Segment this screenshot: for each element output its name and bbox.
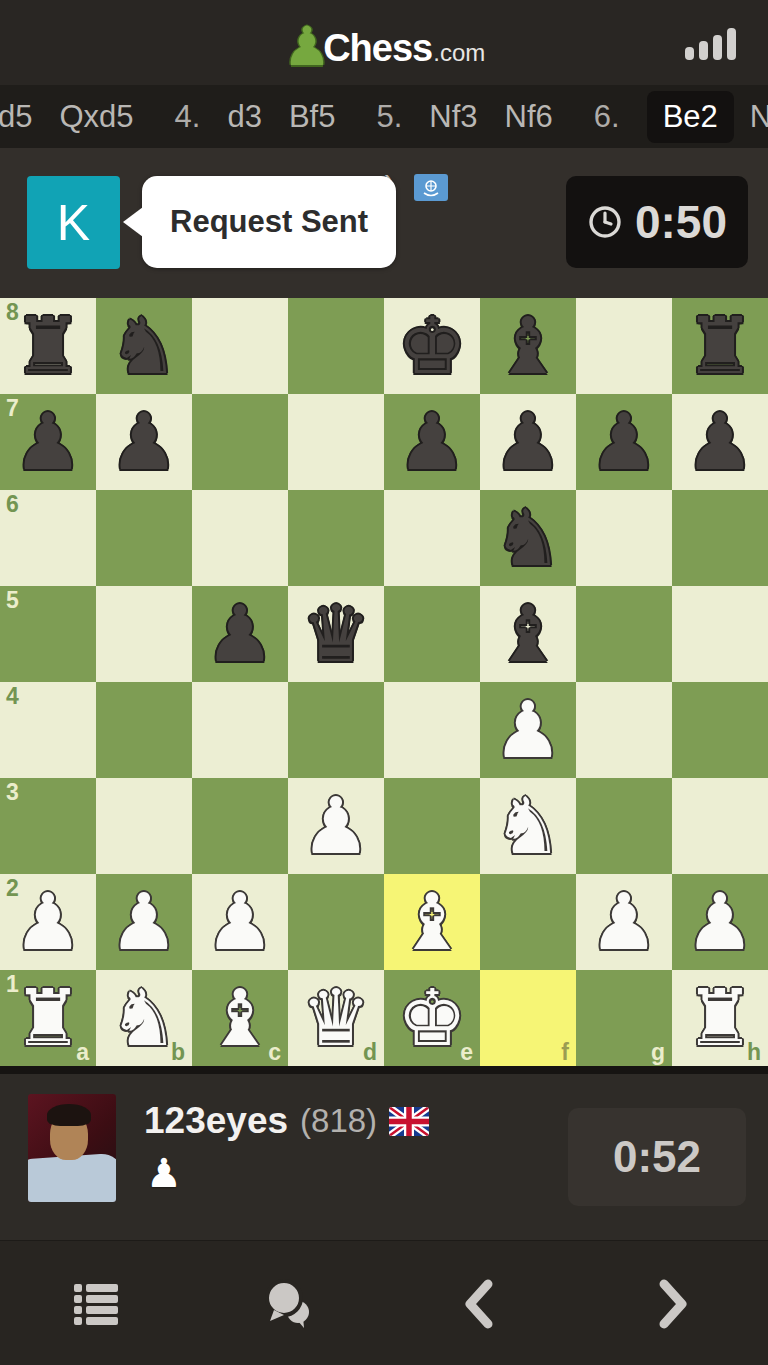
top-player-panel: K 7) Request Sent 0:50 — [0, 148, 768, 298]
square-g4[interactable] — [576, 682, 672, 778]
move-list-button[interactable] — [64, 1272, 128, 1336]
square-g6[interactable] — [576, 490, 672, 586]
white-knight-b1: ♞ — [96, 970, 192, 1066]
rank-label-3: 3 — [6, 779, 19, 806]
square-h8[interactable]: ♜ — [672, 298, 768, 394]
clock-icon — [587, 204, 623, 240]
square-f5[interactable]: ♝ — [480, 586, 576, 682]
bottom-player-clock: 0:52 — [568, 1108, 746, 1206]
square-e3[interactable] — [384, 778, 480, 874]
square-e8[interactable]: ♚ — [384, 298, 480, 394]
request-sent-tooltip: Request Sent — [142, 176, 396, 268]
square-d2[interactable] — [288, 874, 384, 970]
square-a8[interactable]: 8♜ — [0, 298, 96, 394]
chess-board: 8♜♞♚♝♜7♟♟♟♟♟♟6♞5♟♛♝4♟3♟♞2♟♟♟♝♟♟1a♜b♞c♝d♛… — [0, 298, 768, 1066]
square-h4[interactable] — [672, 682, 768, 778]
top-clock-time: 0:50 — [635, 195, 727, 249]
chat-button[interactable] — [256, 1272, 320, 1336]
move-list-icon — [70, 1278, 122, 1330]
white-rook-a1: ♜ — [0, 970, 96, 1066]
bottom-player-avatar[interactable] — [28, 1094, 116, 1202]
bottom-clock-time: 0:52 — [613, 1132, 701, 1182]
back-button[interactable] — [448, 1272, 512, 1336]
square-g7[interactable]: ♟ — [576, 394, 672, 490]
white-bishop-e2: ♝ — [384, 874, 480, 970]
white-pawn-h2: ♟ — [672, 874, 768, 970]
green-pawn-icon: ♟ — [283, 20, 331, 74]
square-h2[interactable]: ♟ — [672, 874, 768, 970]
brand-tld: .com — [433, 39, 485, 67]
move-token-current[interactable]: Be2 — [647, 91, 734, 143]
square-d1[interactable]: d♛ — [288, 970, 384, 1066]
move-token[interactable]: 4. — [175, 99, 201, 135]
square-b7[interactable]: ♟ — [96, 394, 192, 490]
move-token[interactable]: Nf3 — [429, 99, 477, 135]
white-rook-h1: ♜ — [672, 970, 768, 1066]
gb-flag-icon — [389, 1107, 429, 1136]
square-a4[interactable]: 4 — [0, 682, 96, 778]
square-f2[interactable] — [480, 874, 576, 970]
square-h7[interactable]: ♟ — [672, 394, 768, 490]
black-pawn-c5: ♟ — [192, 586, 288, 682]
square-a3[interactable]: 3 — [0, 778, 96, 874]
square-c4[interactable] — [192, 682, 288, 778]
square-e4[interactable] — [384, 682, 480, 778]
white-knight-f3: ♞ — [480, 778, 576, 874]
square-g3[interactable] — [576, 778, 672, 874]
square-f8[interactable]: ♝ — [480, 298, 576, 394]
square-h6[interactable] — [672, 490, 768, 586]
black-pawn-h7: ♟ — [672, 394, 768, 490]
un-flag-icon — [414, 174, 448, 201]
square-e2[interactable]: ♝ — [384, 874, 480, 970]
square-f7[interactable]: ♟ — [480, 394, 576, 490]
white-pawn-g2: ♟ — [576, 874, 672, 970]
square-d4[interactable] — [288, 682, 384, 778]
square-a5[interactable]: 5 — [0, 586, 96, 682]
captured-pawn-icon: ♟ — [146, 1150, 182, 1196]
forward-arrow-icon — [648, 1276, 696, 1332]
square-c8[interactable] — [192, 298, 288, 394]
square-f1[interactable]: f — [480, 970, 576, 1066]
square-d7[interactable] — [288, 394, 384, 490]
move-token[interactable]: Nf6 — [505, 99, 553, 135]
move-token[interactable]: d3 — [227, 99, 261, 135]
square-d5[interactable]: ♛ — [288, 586, 384, 682]
black-knight-b8: ♞ — [96, 298, 192, 394]
black-pawn-a7: ♟ — [0, 394, 96, 490]
square-h5[interactable] — [672, 586, 768, 682]
rank-label-4: 4 — [6, 683, 19, 710]
square-b5[interactable] — [96, 586, 192, 682]
black-pawn-e7: ♟ — [384, 394, 480, 490]
white-queen-d1: ♛ — [288, 970, 384, 1066]
black-pawn-b7: ♟ — [96, 394, 192, 490]
square-b6[interactable] — [96, 490, 192, 586]
square-e6[interactable] — [384, 490, 480, 586]
square-b1[interactable]: b♞ — [96, 970, 192, 1066]
square-c5[interactable]: ♟ — [192, 586, 288, 682]
black-king-e8: ♚ — [384, 298, 480, 394]
bottom-toolbar — [0, 1240, 768, 1365]
chat-icon — [260, 1276, 316, 1332]
chesscom-logo: ♟Chess.com — [283, 16, 486, 70]
square-d8[interactable] — [288, 298, 384, 394]
move-token[interactable]: Bf5 — [289, 99, 336, 135]
white-pawn-c2: ♟ — [192, 874, 288, 970]
black-knight-f6: ♞ — [480, 490, 576, 586]
back-arrow-icon — [456, 1276, 504, 1332]
white-king-e1: ♚ — [384, 970, 480, 1066]
file-label-f: f — [561, 1039, 569, 1066]
square-c3[interactable] — [192, 778, 288, 874]
move-list-bar[interactable]: d5Qxd54.d3Bf55.Nf3Nf66.Be2Nc6 — [0, 85, 768, 148]
white-pawn-f4: ♟ — [480, 682, 576, 778]
brand-name: Chess — [323, 27, 432, 70]
square-b4[interactable] — [96, 682, 192, 778]
square-f3[interactable]: ♞ — [480, 778, 576, 874]
square-c1[interactable]: c♝ — [192, 970, 288, 1066]
bottom-player-info: 123eyes (818) — [144, 1100, 429, 1142]
square-e1[interactable]: e♚ — [384, 970, 480, 1066]
chess-app: ♟Chess.com d5Qxd54.d3Bf55.Nf3Nf66.Be2Nc6… — [0, 0, 768, 1365]
square-b8[interactable]: ♞ — [96, 298, 192, 394]
black-pawn-f7: ♟ — [480, 394, 576, 490]
move-token[interactable]: Qxd5 — [59, 99, 133, 135]
forward-button[interactable] — [640, 1272, 704, 1336]
square-a6[interactable]: 6 — [0, 490, 96, 586]
white-pawn-a2: ♟ — [0, 874, 96, 970]
black-bishop-f8: ♝ — [480, 298, 576, 394]
white-pawn-b2: ♟ — [96, 874, 192, 970]
black-pawn-g7: ♟ — [576, 394, 672, 490]
bottom-player-panel: 123eyes (818) ♟ 0:52 — [0, 1074, 768, 1240]
black-bishop-f5: ♝ — [480, 586, 576, 682]
app-header: ♟Chess.com — [0, 0, 768, 85]
square-c6[interactable] — [192, 490, 288, 586]
square-f4[interactable]: ♟ — [480, 682, 576, 778]
signal-bars-icon — [685, 26, 736, 60]
bottom-player-rating: (818) — [300, 1102, 377, 1140]
square-b2[interactable]: ♟ — [96, 874, 192, 970]
tooltip-text: Request Sent — [170, 204, 368, 240]
tooltip-arrow — [123, 207, 143, 237]
square-d6[interactable] — [288, 490, 384, 586]
square-d3[interactable]: ♟ — [288, 778, 384, 874]
move-token[interactable]: 5. — [376, 99, 402, 135]
board-bottom-divider — [0, 1066, 768, 1074]
square-f6[interactable]: ♞ — [480, 490, 576, 586]
square-h3[interactable] — [672, 778, 768, 874]
square-h1[interactable]: h♜ — [672, 970, 768, 1066]
rank-label-5: 5 — [6, 587, 19, 614]
square-g1[interactable]: g — [576, 970, 672, 1066]
square-a1[interactable]: 1a♜ — [0, 970, 96, 1066]
square-g5[interactable] — [576, 586, 672, 682]
move-token[interactable]: d5 — [0, 99, 32, 135]
white-pawn-d3: ♟ — [288, 778, 384, 874]
white-bishop-c1: ♝ — [192, 970, 288, 1066]
square-c7[interactable] — [192, 394, 288, 490]
square-g2[interactable]: ♟ — [576, 874, 672, 970]
square-c2[interactable]: ♟ — [192, 874, 288, 970]
top-player-clock: 0:50 — [566, 176, 748, 268]
square-g8[interactable] — [576, 298, 672, 394]
move-token[interactable]: 6. — [594, 99, 620, 135]
square-e7[interactable]: ♟ — [384, 394, 480, 490]
move-token[interactable]: Nc6 — [750, 99, 768, 135]
bottom-player-username: 123eyes — [144, 1100, 288, 1142]
black-queen-d5: ♛ — [288, 586, 384, 682]
square-a7[interactable]: 7♟ — [0, 394, 96, 490]
rank-label-6: 6 — [6, 491, 19, 518]
black-rook-h8: ♜ — [672, 298, 768, 394]
top-player-avatar[interactable]: K — [27, 176, 120, 269]
black-rook-a8: ♜ — [0, 298, 96, 394]
file-label-g: g — [651, 1039, 665, 1066]
square-e5[interactable] — [384, 586, 480, 682]
square-a2[interactable]: 2♟ — [0, 874, 96, 970]
square-b3[interactable] — [96, 778, 192, 874]
